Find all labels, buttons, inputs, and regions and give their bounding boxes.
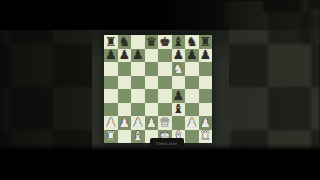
piece-black-bishop-f3[interactable]: ♝ (173, 103, 184, 116)
piece-white-bishop-c1[interactable]: ♝ (132, 130, 143, 143)
piece-black-knight-b8[interactable]: ♞ (119, 35, 130, 48)
square-e6[interactable] (158, 62, 172, 76)
square-g2[interactable]: ♟ (185, 116, 199, 130)
square-b7[interactable]: ♟ (118, 49, 132, 63)
piece-black-king-e8[interactable]: ♚ (159, 35, 170, 48)
piece-white-rook-h1[interactable]: ♜ (200, 130, 211, 143)
square-e8[interactable]: ♚ (158, 35, 172, 49)
piece-black-pawn-f4[interactable]: ♟ (173, 89, 184, 102)
square-h3[interactable] (199, 103, 213, 117)
square-c8[interactable] (131, 35, 145, 49)
piece-black-pawn-h7[interactable]: ♟ (200, 49, 211, 62)
piece-white-pawn-d2[interactable]: ♟ (146, 116, 157, 129)
letterbox-bottom (0, 150, 320, 180)
letterbox-top (0, 0, 320, 30)
piece-white-pawn-b2[interactable]: ♟ (119, 116, 130, 129)
piece-white-pawn-h2[interactable]: ♟ (200, 116, 211, 129)
square-a1[interactable]: ♜ (104, 130, 118, 144)
piece-white-pawn-c2[interactable]: ♟ (132, 116, 143, 129)
square-c7[interactable]: ♟ (131, 49, 145, 63)
square-e5[interactable] (158, 76, 172, 90)
square-c3[interactable] (131, 103, 145, 117)
square-c6[interactable] (131, 62, 145, 76)
square-e2[interactable]: ♛ (158, 116, 172, 130)
square-f7[interactable]: ♟ (172, 49, 186, 63)
piece-black-pawn-a7[interactable]: ♟ (105, 49, 116, 62)
square-f3[interactable]: ♝ (172, 103, 186, 117)
piece-black-knight-g8[interactable]: ♞ (186, 35, 197, 48)
square-g4[interactable] (185, 89, 199, 103)
square-c2[interactable]: ♟ (131, 116, 145, 130)
square-e4[interactable] (158, 89, 172, 103)
square-a7[interactable]: ♟ (104, 49, 118, 63)
square-g8[interactable]: ♞ (185, 35, 199, 49)
square-d2[interactable]: ♟ (145, 116, 159, 130)
piece-black-pawn-f7[interactable]: ♟ (173, 49, 184, 62)
square-g1[interactable] (185, 130, 199, 144)
watermark-bar: Chess.com (150, 138, 184, 147)
piece-black-pawn-c7[interactable]: ♟ (132, 49, 143, 62)
square-d4[interactable] (145, 89, 159, 103)
square-h5[interactable] (199, 76, 213, 90)
square-f6[interactable]: ♞ (172, 62, 186, 76)
square-b3[interactable] (118, 103, 132, 117)
chess-board: ♜♞♛♚♝♞♜♟♟♟♟♟♟♞♟♝♟♟♟♟♛♟♟♜♝♚♝♜ (104, 35, 212, 143)
square-g6[interactable] (185, 62, 199, 76)
square-f5[interactable] (172, 76, 186, 90)
square-a6[interactable] (104, 62, 118, 76)
square-d3[interactable] (145, 103, 159, 117)
square-h2[interactable]: ♟ (199, 116, 213, 130)
square-f8[interactable]: ♝ (172, 35, 186, 49)
square-g3[interactable] (185, 103, 199, 117)
square-g7[interactable]: ♟ (185, 49, 199, 63)
square-h6[interactable] (199, 62, 213, 76)
square-c4[interactable] (131, 89, 145, 103)
square-c1[interactable]: ♝ (131, 130, 145, 144)
square-h8[interactable]: ♜ (199, 35, 213, 49)
square-b5[interactable] (118, 76, 132, 90)
piece-black-bishop-f8[interactable]: ♝ (173, 35, 184, 48)
square-d5[interactable] (145, 76, 159, 90)
piece-black-rook-a8[interactable]: ♜ (105, 35, 116, 48)
piece-white-knight-f6[interactable]: ♞ (173, 62, 184, 75)
watermark-text: Chess.com (156, 140, 178, 145)
square-b2[interactable]: ♟ (118, 116, 132, 130)
square-a3[interactable] (104, 103, 118, 117)
video-frame: ♜♞♛♚♝♞♜♟♟♟♟♟♟♞♟♝♟♟♟♟♛♟♟♜♝♚♝♜ Chess.com (0, 0, 320, 180)
square-e7[interactable] (158, 49, 172, 63)
piece-black-pawn-b7[interactable]: ♟ (119, 49, 130, 62)
square-b6[interactable] (118, 62, 132, 76)
square-f2[interactable] (172, 116, 186, 130)
piece-white-rook-a1[interactable]: ♜ (105, 130, 116, 143)
square-b8[interactable]: ♞ (118, 35, 132, 49)
square-a8[interactable]: ♜ (104, 35, 118, 49)
square-d7[interactable] (145, 49, 159, 63)
square-b1[interactable] (118, 130, 132, 144)
piece-white-queen-e2[interactable]: ♛ (159, 116, 170, 129)
piece-white-pawn-g2[interactable]: ♟ (186, 116, 197, 129)
square-h1[interactable]: ♜ (199, 130, 213, 144)
square-a5[interactable] (104, 76, 118, 90)
piece-white-pawn-a2[interactable]: ♟ (105, 116, 116, 129)
square-a2[interactable]: ♟ (104, 116, 118, 130)
square-a4[interactable] (104, 89, 118, 103)
square-g5[interactable] (185, 76, 199, 90)
square-d6[interactable] (145, 62, 159, 76)
square-d8[interactable]: ♛ (145, 35, 159, 49)
square-e3[interactable] (158, 103, 172, 117)
piece-black-queen-d8[interactable]: ♛ (146, 35, 157, 48)
square-c5[interactable] (131, 76, 145, 90)
piece-black-rook-h8[interactable]: ♜ (200, 35, 211, 48)
piece-black-pawn-g7[interactable]: ♟ (186, 49, 197, 62)
square-f4[interactable]: ♟ (172, 89, 186, 103)
square-b4[interactable] (118, 89, 132, 103)
square-h4[interactable] (199, 89, 213, 103)
square-h7[interactable]: ♟ (199, 49, 213, 63)
